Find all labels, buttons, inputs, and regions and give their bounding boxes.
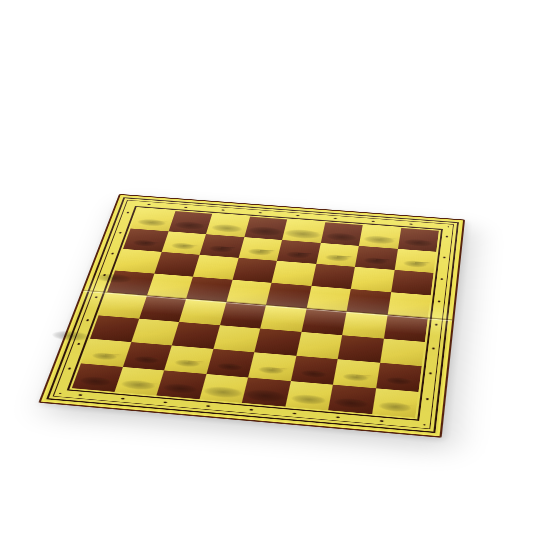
- white-rook-glyph: ♜: [368, 351, 422, 411]
- black-pawn-glyph: ♟: [164, 205, 203, 249]
- black-pawn-glyph: ♟: [356, 219, 396, 263]
- black-pawn-glyph: ♟: [279, 214, 319, 258]
- black-pawn-glyph: ♟: [395, 222, 435, 267]
- chess-board[interactable]: ♜♞♝♛♚♝♞♜♟♟♟♟♟♟♟♟♟♟♟♟♟♟♟♟♜♞♝♛♚♝♞♜♛♛: [38, 194, 465, 438]
- black-pawn-glyph: ♟: [240, 211, 280, 255]
- scene-3d: ♜♞♝♛♚♝♞♜♟♟♟♟♟♟♟♟♟♟♟♟♟♟♟♟♜♞♝♛♚♝♞♜♛♛: [0, 0, 533, 533]
- black-pawn-glyph: ♟: [317, 216, 357, 260]
- photo-canvas: ♜♞♝♛♚♝♞♜♟♟♟♟♟♟♟♟♟♟♟♟♟♟♟♟♜♞♝♛♚♝♞♜♛♛: [0, 0, 533, 533]
- black-pawn-glyph: ♟: [202, 208, 242, 252]
- pieces-layer: ♜♞♝♛♚♝♞♜♟♟♟♟♟♟♟♟♟♟♟♟♟♟♟♟♜♞♝♛♚♝♞♜♛♛: [72, 208, 439, 418]
